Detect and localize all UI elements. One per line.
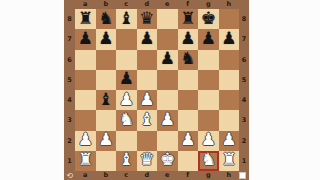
rank-label-4: 4 xyxy=(64,90,75,110)
rank-label-2: 2 xyxy=(239,131,249,151)
piece-black-bishop-c8[interactable]: ♝ xyxy=(119,10,134,27)
stop-square-icon[interactable] xyxy=(239,172,246,179)
rank-label-8: 8 xyxy=(64,9,75,29)
chess-board: abcdefgh 87654321 ♜♞♝♛♜♚♟♟♟♟♟♟♟♞♟♝♟♟♞♝♟♟… xyxy=(64,0,249,180)
piece-black-pawn-g7[interactable]: ♟ xyxy=(201,30,216,47)
square-g1[interactable]: ♞ xyxy=(198,151,219,171)
piece-white-rook-h1[interactable]: ♜ xyxy=(221,151,236,168)
square-d4[interactable]: ♟ xyxy=(137,90,158,110)
square-g2[interactable]: ♟ xyxy=(198,131,219,151)
file-label-d: d xyxy=(137,171,158,180)
square-c1[interactable]: ♝ xyxy=(116,151,137,171)
square-f7[interactable]: ♟ xyxy=(178,29,199,49)
file-label-c: c xyxy=(116,171,137,180)
piece-black-knight-f6[interactable]: ♞ xyxy=(180,50,195,67)
piece-black-king-g8[interactable]: ♚ xyxy=(201,10,216,27)
square-h5[interactable] xyxy=(219,70,240,90)
square-h7[interactable]: ♟ xyxy=(219,29,240,49)
piece-white-pawn-d4[interactable]: ♟ xyxy=(139,91,154,108)
rank-labels-left: 87654321 xyxy=(64,9,75,171)
square-a8[interactable]: ♜ xyxy=(75,9,96,29)
square-g7[interactable]: ♟ xyxy=(198,29,219,49)
square-a6[interactable] xyxy=(75,50,96,70)
file-label-a: a xyxy=(75,171,96,180)
piece-black-pawn-d7[interactable]: ♟ xyxy=(139,30,154,47)
square-d8[interactable]: ♛ xyxy=(137,9,158,29)
piece-white-pawn-f2[interactable]: ♟ xyxy=(180,131,195,148)
piece-black-knight-b8[interactable]: ♞ xyxy=(98,10,113,27)
piece-black-pawn-e6[interactable]: ♟ xyxy=(160,50,175,67)
piece-black-bishop-b4[interactable]: ♝ xyxy=(98,91,113,108)
rank-label-7: 7 xyxy=(239,29,249,49)
piece-black-pawn-f7[interactable]: ♟ xyxy=(180,30,195,47)
square-e3[interactable]: ♟ xyxy=(157,110,178,130)
square-b8[interactable]: ♞ xyxy=(96,9,117,29)
piece-black-pawn-h7[interactable]: ♟ xyxy=(221,30,236,47)
piece-white-rook-a1[interactable]: ♜ xyxy=(78,151,93,168)
piece-white-pawn-c4[interactable]: ♟ xyxy=(119,91,134,108)
square-f4[interactable] xyxy=(178,90,199,110)
square-d1[interactable]: ♛ xyxy=(137,151,158,171)
square-f5[interactable] xyxy=(178,70,199,90)
piece-white-pawn-g2[interactable]: ♟ xyxy=(201,131,216,148)
square-e8[interactable] xyxy=(157,9,178,29)
rank-labels-right: 87654321 xyxy=(239,9,249,171)
square-d5[interactable] xyxy=(137,70,158,90)
piece-white-knight-c3[interactable]: ♞ xyxy=(119,111,134,128)
square-h8[interactable] xyxy=(219,9,240,29)
square-d2[interactable] xyxy=(137,131,158,151)
square-f1[interactable] xyxy=(178,151,199,171)
piece-white-pawn-b2[interactable]: ♟ xyxy=(98,131,113,148)
piece-white-bishop-d3[interactable]: ♝ xyxy=(139,111,154,128)
piece-black-pawn-c5[interactable]: ♟ xyxy=(119,70,134,87)
rank-label-4: 4 xyxy=(239,90,249,110)
square-d3[interactable]: ♝ xyxy=(137,110,158,130)
file-label-f: f xyxy=(178,171,199,180)
rank-label-5: 5 xyxy=(239,70,249,90)
square-f8[interactable]: ♜ xyxy=(178,9,199,29)
square-b2[interactable]: ♟ xyxy=(96,131,117,151)
square-e7[interactable] xyxy=(157,29,178,49)
square-a3[interactable] xyxy=(75,110,96,130)
rank-label-2: 2 xyxy=(64,131,75,151)
square-b7[interactable]: ♟ xyxy=(96,29,117,49)
square-e6[interactable]: ♟ xyxy=(157,50,178,70)
square-b6[interactable] xyxy=(96,50,117,70)
square-b3[interactable] xyxy=(96,110,117,130)
square-c7[interactable] xyxy=(116,29,137,49)
square-h2[interactable]: ♟ xyxy=(219,131,240,151)
square-g4[interactable] xyxy=(198,90,219,110)
square-e5[interactable] xyxy=(157,70,178,90)
square-a7[interactable]: ♟ xyxy=(75,29,96,49)
piece-white-pawn-e3[interactable]: ♟ xyxy=(160,111,175,128)
square-a1[interactable]: ♜ xyxy=(75,151,96,171)
square-c5[interactable]: ♟ xyxy=(116,70,137,90)
rank-label-7: 7 xyxy=(64,29,75,49)
square-e2[interactable] xyxy=(157,131,178,151)
square-e1[interactable]: ♚ xyxy=(157,151,178,171)
square-f6[interactable]: ♞ xyxy=(178,50,199,70)
piece-white-pawn-a2[interactable]: ♟ xyxy=(78,131,93,148)
rank-label-3: 3 xyxy=(239,110,249,130)
rank-label-8: 8 xyxy=(239,9,249,29)
square-b5[interactable] xyxy=(96,70,117,90)
square-h6[interactable] xyxy=(219,50,240,70)
file-label-g: g xyxy=(198,171,219,180)
square-h3[interactable] xyxy=(219,110,240,130)
file-labels-bottom: abcdefgh xyxy=(64,171,249,180)
square-c6[interactable] xyxy=(116,50,137,70)
square-h4[interactable] xyxy=(219,90,240,110)
square-h1[interactable]: ♜ xyxy=(219,151,240,171)
square-g5[interactable] xyxy=(198,70,219,90)
board-grid: ♜♞♝♛♜♚♟♟♟♟♟♟♟♞♟♝♟♟♞♝♟♟♟♟♟♟♜♝♛♚♞♜ xyxy=(75,9,239,171)
square-a4[interactable] xyxy=(75,90,96,110)
square-f3[interactable] xyxy=(178,110,199,130)
square-d6[interactable] xyxy=(137,50,158,70)
piece-white-knight-g1[interactable]: ♞ xyxy=(201,151,216,168)
square-g3[interactable] xyxy=(198,110,219,130)
piece-black-rook-f8[interactable]: ♜ xyxy=(180,10,195,27)
piece-white-queen-d1[interactable]: ♛ xyxy=(139,151,154,168)
file-label-e: e xyxy=(157,0,178,9)
piece-black-rook-a8[interactable]: ♜ xyxy=(78,10,93,27)
rank-label-6: 6 xyxy=(239,50,249,70)
rank-label-5: 5 xyxy=(64,70,75,90)
square-a2[interactable]: ♟ xyxy=(75,131,96,151)
square-g6[interactable] xyxy=(198,50,219,70)
square-b1[interactable] xyxy=(96,151,117,171)
piece-black-queen-d8[interactable]: ♛ xyxy=(139,10,154,27)
flip-board-icon[interactable]: ⟲ xyxy=(65,171,74,180)
square-b4[interactable]: ♝ xyxy=(96,90,117,110)
rank-label-6: 6 xyxy=(64,50,75,70)
square-a5[interactable] xyxy=(75,70,96,90)
file-label-h: h xyxy=(219,0,240,9)
page-background: abcdefgh 87654321 ♜♞♝♛♜♚♟♟♟♟♟♟♟♞♟♝♟♟♞♝♟♟… xyxy=(0,0,320,180)
file-label-e: e xyxy=(157,171,178,180)
rank-label-1: 1 xyxy=(64,151,75,171)
piece-white-bishop-c1[interactable]: ♝ xyxy=(119,151,134,168)
rank-label-3: 3 xyxy=(64,110,75,130)
piece-black-pawn-b7[interactable]: ♟ xyxy=(98,30,113,47)
file-label-h: h xyxy=(219,171,240,180)
square-d7[interactable]: ♟ xyxy=(137,29,158,49)
square-c4[interactable]: ♟ xyxy=(116,90,137,110)
square-c8[interactable]: ♝ xyxy=(116,9,137,29)
square-c2[interactable] xyxy=(116,131,137,151)
piece-white-king-e1[interactable]: ♚ xyxy=(160,151,175,168)
square-f2[interactable]: ♟ xyxy=(178,131,199,151)
square-c3[interactable]: ♞ xyxy=(116,110,137,130)
file-label-b: b xyxy=(96,171,117,180)
piece-black-pawn-a7[interactable]: ♟ xyxy=(78,30,93,47)
rank-label-1: 1 xyxy=(239,151,249,171)
square-g8[interactable]: ♚ xyxy=(198,9,219,29)
square-e4[interactable] xyxy=(157,90,178,110)
piece-white-pawn-h2[interactable]: ♟ xyxy=(221,131,236,148)
